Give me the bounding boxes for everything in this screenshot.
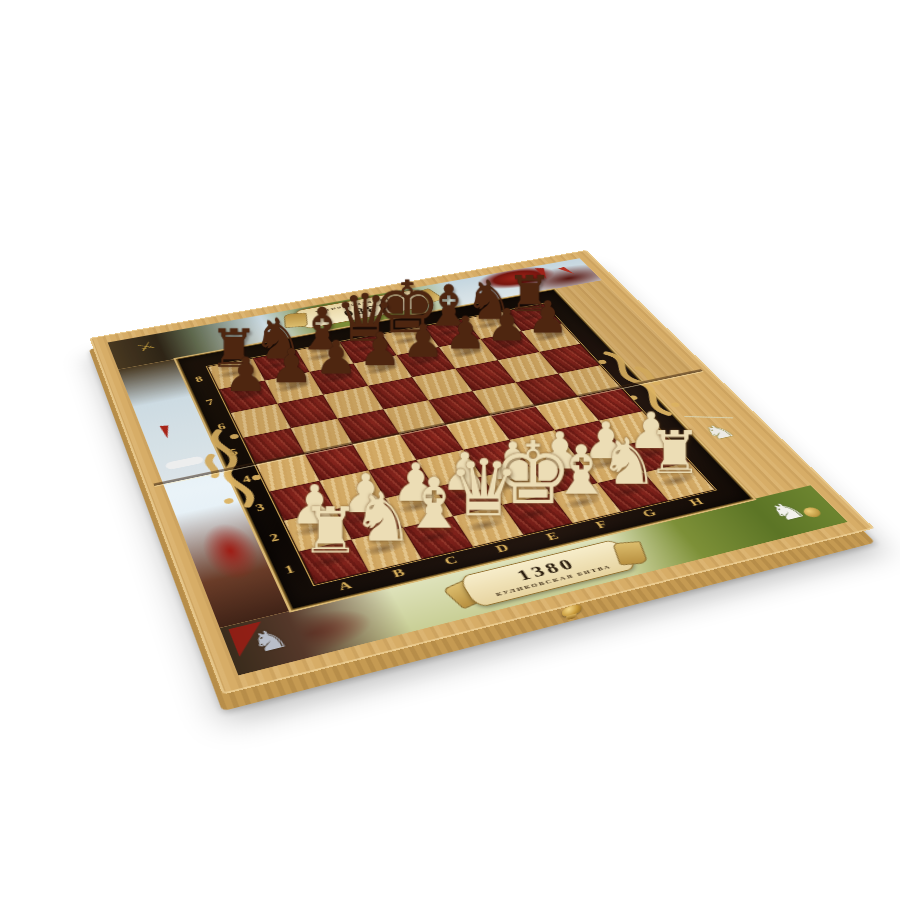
rook-glyph: ♜ [301,499,361,563]
armored-knight-icon: ♞ [246,623,293,658]
product-photo-stage: ⚔ ♞ ♞ ♞ [0,0,900,900]
knight-glyph: ♞ [351,483,414,551]
white-horse-knight-icon: ♞ [763,498,812,526]
white-horse-icon: ♞ [699,421,740,443]
gold-shield-icon [801,506,824,518]
perspective-scene: ⚔ ♞ ♞ ♞ [160,140,728,708]
red-cape-icon [229,621,273,656]
folding-chess-case: ⚔ ♞ ♞ ♞ [89,250,874,695]
